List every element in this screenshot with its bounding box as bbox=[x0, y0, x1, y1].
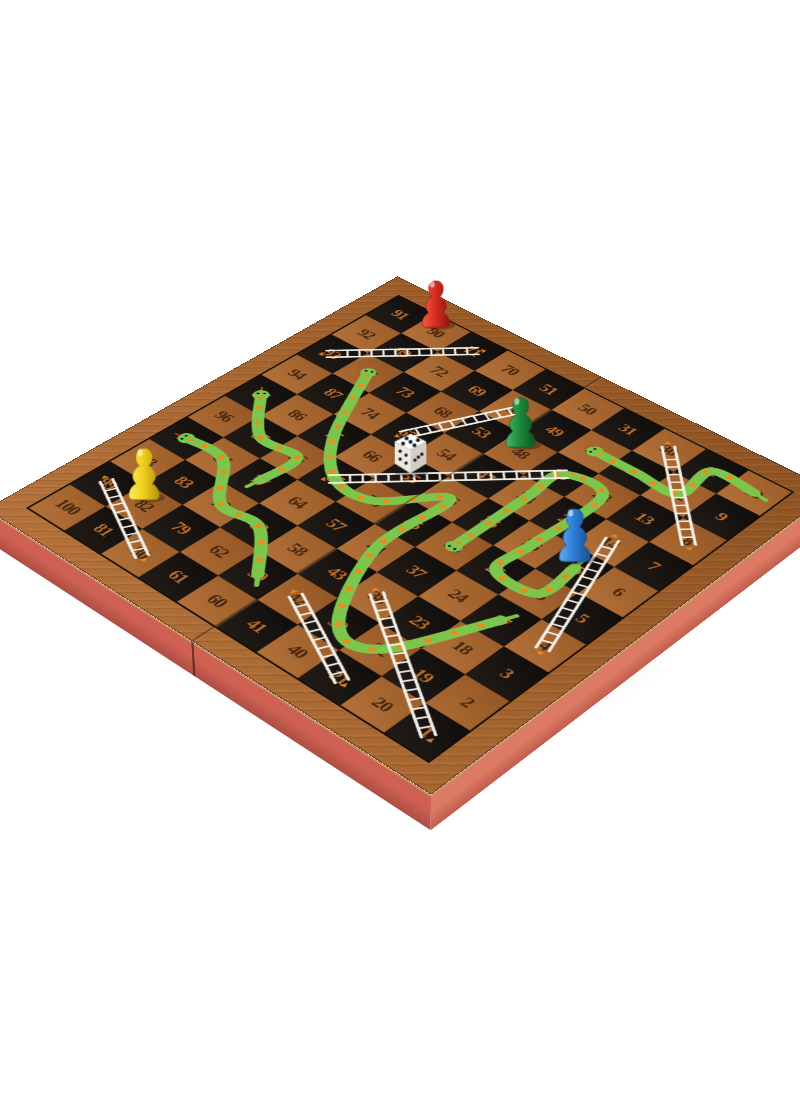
pawn-blue[interactable] bbox=[551, 495, 599, 568]
square-number: 32 bbox=[582, 444, 608, 459]
square-number: 89 bbox=[390, 346, 415, 360]
square-number: 51 bbox=[536, 382, 561, 396]
square-number: 85 bbox=[247, 429, 273, 444]
square-number: 75 bbox=[321, 428, 347, 443]
square-number: 99 bbox=[95, 476, 122, 492]
square-number: 11 bbox=[698, 464, 723, 479]
square-number: 55 bbox=[397, 470, 423, 486]
square-number: 93 bbox=[320, 347, 345, 361]
square-number: 92 bbox=[354, 327, 378, 340]
square-number: 88 bbox=[356, 366, 381, 380]
square-number: 47 bbox=[473, 468, 499, 484]
square-number: 65 bbox=[322, 471, 349, 487]
square-number: 66 bbox=[359, 448, 385, 463]
square-number: 33 bbox=[548, 466, 574, 482]
square-number: 70 bbox=[498, 363, 523, 377]
square-number: 77 bbox=[246, 473, 273, 489]
square-number: 10 bbox=[741, 485, 767, 501]
square-number: 30 bbox=[656, 442, 682, 457]
square-number: 87 bbox=[320, 386, 345, 400]
fold-seam-side bbox=[191, 641, 195, 677]
square-number: 29 bbox=[623, 465, 649, 481]
square-number: 95 bbox=[248, 388, 273, 402]
square-number: 31 bbox=[615, 422, 641, 437]
square-number: 76 bbox=[284, 450, 310, 465]
square-number: 71 bbox=[460, 344, 485, 358]
scene-3d: 1009998979695949392918182838485868788899… bbox=[0, 0, 800, 1096]
square-number: 53 bbox=[468, 425, 494, 440]
square-number: 94 bbox=[284, 367, 309, 381]
square-number: 86 bbox=[284, 408, 310, 423]
square-number: 83 bbox=[170, 474, 197, 490]
product-photo-snakes-and-ladders: { "game": "Snakes and Ladders", "scene":… bbox=[0, 0, 800, 1096]
board-top-face: 1009998979695949392918182838485868788899… bbox=[0, 276, 800, 794]
square-number: 72 bbox=[427, 364, 452, 378]
game-board: 1009998979695949392918182838485868788899… bbox=[0, 276, 800, 794]
square-number: 68 bbox=[430, 405, 456, 420]
square-number: 73 bbox=[392, 385, 417, 399]
square-number: 91 bbox=[388, 308, 412, 321]
square-number: 97 bbox=[173, 431, 199, 446]
square-number: 52 bbox=[503, 403, 528, 418]
square-number: 54 bbox=[433, 447, 459, 462]
square-number: 49 bbox=[542, 423, 568, 438]
square-number: 74 bbox=[357, 406, 383, 421]
square-number: 90 bbox=[424, 326, 448, 339]
square-number: 69 bbox=[464, 384, 489, 398]
pawn-yellow[interactable] bbox=[121, 435, 167, 505]
square-number: 96 bbox=[211, 409, 237, 424]
square-number: 48 bbox=[508, 445, 534, 460]
square-number: 67 bbox=[395, 426, 421, 441]
square-number: 50 bbox=[575, 402, 600, 417]
square-number: 84 bbox=[209, 451, 235, 466]
